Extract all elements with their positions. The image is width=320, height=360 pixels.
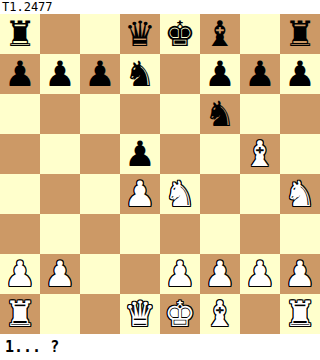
square-f1[interactable]: ♝: [200, 294, 240, 334]
square-a4[interactable]: [0, 174, 40, 214]
square-a6[interactable]: [0, 94, 40, 134]
square-d2[interactable]: [120, 254, 160, 294]
puzzle-id-bar: T1.2477: [0, 0, 320, 14]
square-c7[interactable]: ♟: [80, 54, 120, 94]
square-d1[interactable]: ♛: [120, 294, 160, 334]
piece-white-rook[interactable]: ♜: [4, 294, 35, 334]
square-f8[interactable]: ♝: [200, 14, 240, 54]
piece-black-knight[interactable]: ♞: [124, 54, 155, 94]
chess-board: ♜♛♚♝♜♟♟♟♞♟♟♟♞♟♝♟♞♞♟♟♟♟♟♟♜♛♚♝♜: [0, 14, 320, 334]
square-d6[interactable]: [120, 94, 160, 134]
square-e6[interactable]: [160, 94, 200, 134]
piece-white-queen[interactable]: ♛: [124, 294, 155, 334]
square-a1[interactable]: ♜: [0, 294, 40, 334]
piece-black-bishop[interactable]: ♝: [204, 14, 235, 54]
square-g2[interactable]: ♟: [240, 254, 280, 294]
square-e2[interactable]: ♟: [160, 254, 200, 294]
puzzle-id-label: T1.2477: [2, 0, 53, 14]
piece-black-pawn[interactable]: ♟: [84, 54, 115, 94]
square-h1[interactable]: ♜: [280, 294, 320, 334]
square-h2[interactable]: ♟: [280, 254, 320, 294]
piece-white-bishop[interactable]: ♝: [244, 134, 275, 174]
square-h4[interactable]: ♞: [280, 174, 320, 214]
square-c2[interactable]: [80, 254, 120, 294]
square-g8[interactable]: [240, 14, 280, 54]
piece-white-pawn[interactable]: ♟: [204, 254, 235, 294]
piece-black-pawn[interactable]: ♟: [284, 54, 315, 94]
piece-white-knight[interactable]: ♞: [284, 174, 315, 214]
piece-black-pawn[interactable]: ♟: [204, 54, 235, 94]
piece-black-pawn[interactable]: ♟: [244, 54, 275, 94]
square-d3[interactable]: [120, 214, 160, 254]
square-a2[interactable]: ♟: [0, 254, 40, 294]
square-b2[interactable]: ♟: [40, 254, 80, 294]
square-c5[interactable]: [80, 134, 120, 174]
square-d7[interactable]: ♞: [120, 54, 160, 94]
piece-black-rook[interactable]: ♜: [284, 14, 315, 54]
square-c6[interactable]: [80, 94, 120, 134]
square-d8[interactable]: ♛: [120, 14, 160, 54]
square-h8[interactable]: ♜: [280, 14, 320, 54]
piece-black-rook[interactable]: ♜: [4, 14, 35, 54]
square-c3[interactable]: [80, 214, 120, 254]
square-b8[interactable]: [40, 14, 80, 54]
piece-white-king[interactable]: ♚: [164, 294, 195, 334]
piece-white-bishop[interactable]: ♝: [204, 294, 235, 334]
square-f2[interactable]: ♟: [200, 254, 240, 294]
piece-white-pawn[interactable]: ♟: [4, 254, 35, 294]
square-e8[interactable]: ♚: [160, 14, 200, 54]
square-a5[interactable]: [0, 134, 40, 174]
square-g7[interactable]: ♟: [240, 54, 280, 94]
piece-white-knight[interactable]: ♞: [164, 174, 195, 214]
square-b3[interactable]: [40, 214, 80, 254]
square-f4[interactable]: [200, 174, 240, 214]
square-g5[interactable]: ♝: [240, 134, 280, 174]
square-a7[interactable]: ♟: [0, 54, 40, 94]
move-prompt-bar: 1... ?: [0, 334, 320, 360]
piece-white-pawn[interactable]: ♟: [44, 254, 75, 294]
square-g3[interactable]: [240, 214, 280, 254]
move-prompt-label: 1... ?: [5, 338, 59, 356]
piece-black-pawn[interactable]: ♟: [4, 54, 35, 94]
piece-white-pawn[interactable]: ♟: [284, 254, 315, 294]
square-g4[interactable]: [240, 174, 280, 214]
square-e5[interactable]: [160, 134, 200, 174]
square-f3[interactable]: [200, 214, 240, 254]
square-e3[interactable]: [160, 214, 200, 254]
piece-white-rook[interactable]: ♜: [284, 294, 315, 334]
piece-white-pawn[interactable]: ♟: [244, 254, 275, 294]
square-h7[interactable]: ♟: [280, 54, 320, 94]
square-g6[interactable]: [240, 94, 280, 134]
square-h5[interactable]: [280, 134, 320, 174]
square-f5[interactable]: [200, 134, 240, 174]
square-h3[interactable]: [280, 214, 320, 254]
square-e4[interactable]: ♞: [160, 174, 200, 214]
square-a3[interactable]: [0, 214, 40, 254]
square-g1[interactable]: [240, 294, 280, 334]
square-d5[interactable]: ♟: [120, 134, 160, 174]
square-e7[interactable]: [160, 54, 200, 94]
square-e1[interactable]: ♚: [160, 294, 200, 334]
piece-black-king[interactable]: ♚: [164, 14, 195, 54]
square-f7[interactable]: ♟: [200, 54, 240, 94]
square-c1[interactable]: [80, 294, 120, 334]
square-d4[interactable]: ♟: [120, 174, 160, 214]
square-b1[interactable]: [40, 294, 80, 334]
square-b4[interactable]: [40, 174, 80, 214]
square-h6[interactable]: [280, 94, 320, 134]
square-a8[interactable]: ♜: [0, 14, 40, 54]
square-c4[interactable]: [80, 174, 120, 214]
square-b6[interactable]: [40, 94, 80, 134]
piece-black-pawn[interactable]: ♟: [124, 134, 155, 174]
square-f6[interactable]: ♞: [200, 94, 240, 134]
piece-black-knight[interactable]: ♞: [204, 94, 235, 134]
square-c8[interactable]: [80, 14, 120, 54]
square-b5[interactable]: [40, 134, 80, 174]
piece-black-queen[interactable]: ♛: [124, 14, 155, 54]
piece-white-pawn[interactable]: ♟: [124, 174, 155, 214]
square-b7[interactable]: ♟: [40, 54, 80, 94]
piece-white-pawn[interactable]: ♟: [164, 254, 195, 294]
piece-black-pawn[interactable]: ♟: [44, 54, 75, 94]
